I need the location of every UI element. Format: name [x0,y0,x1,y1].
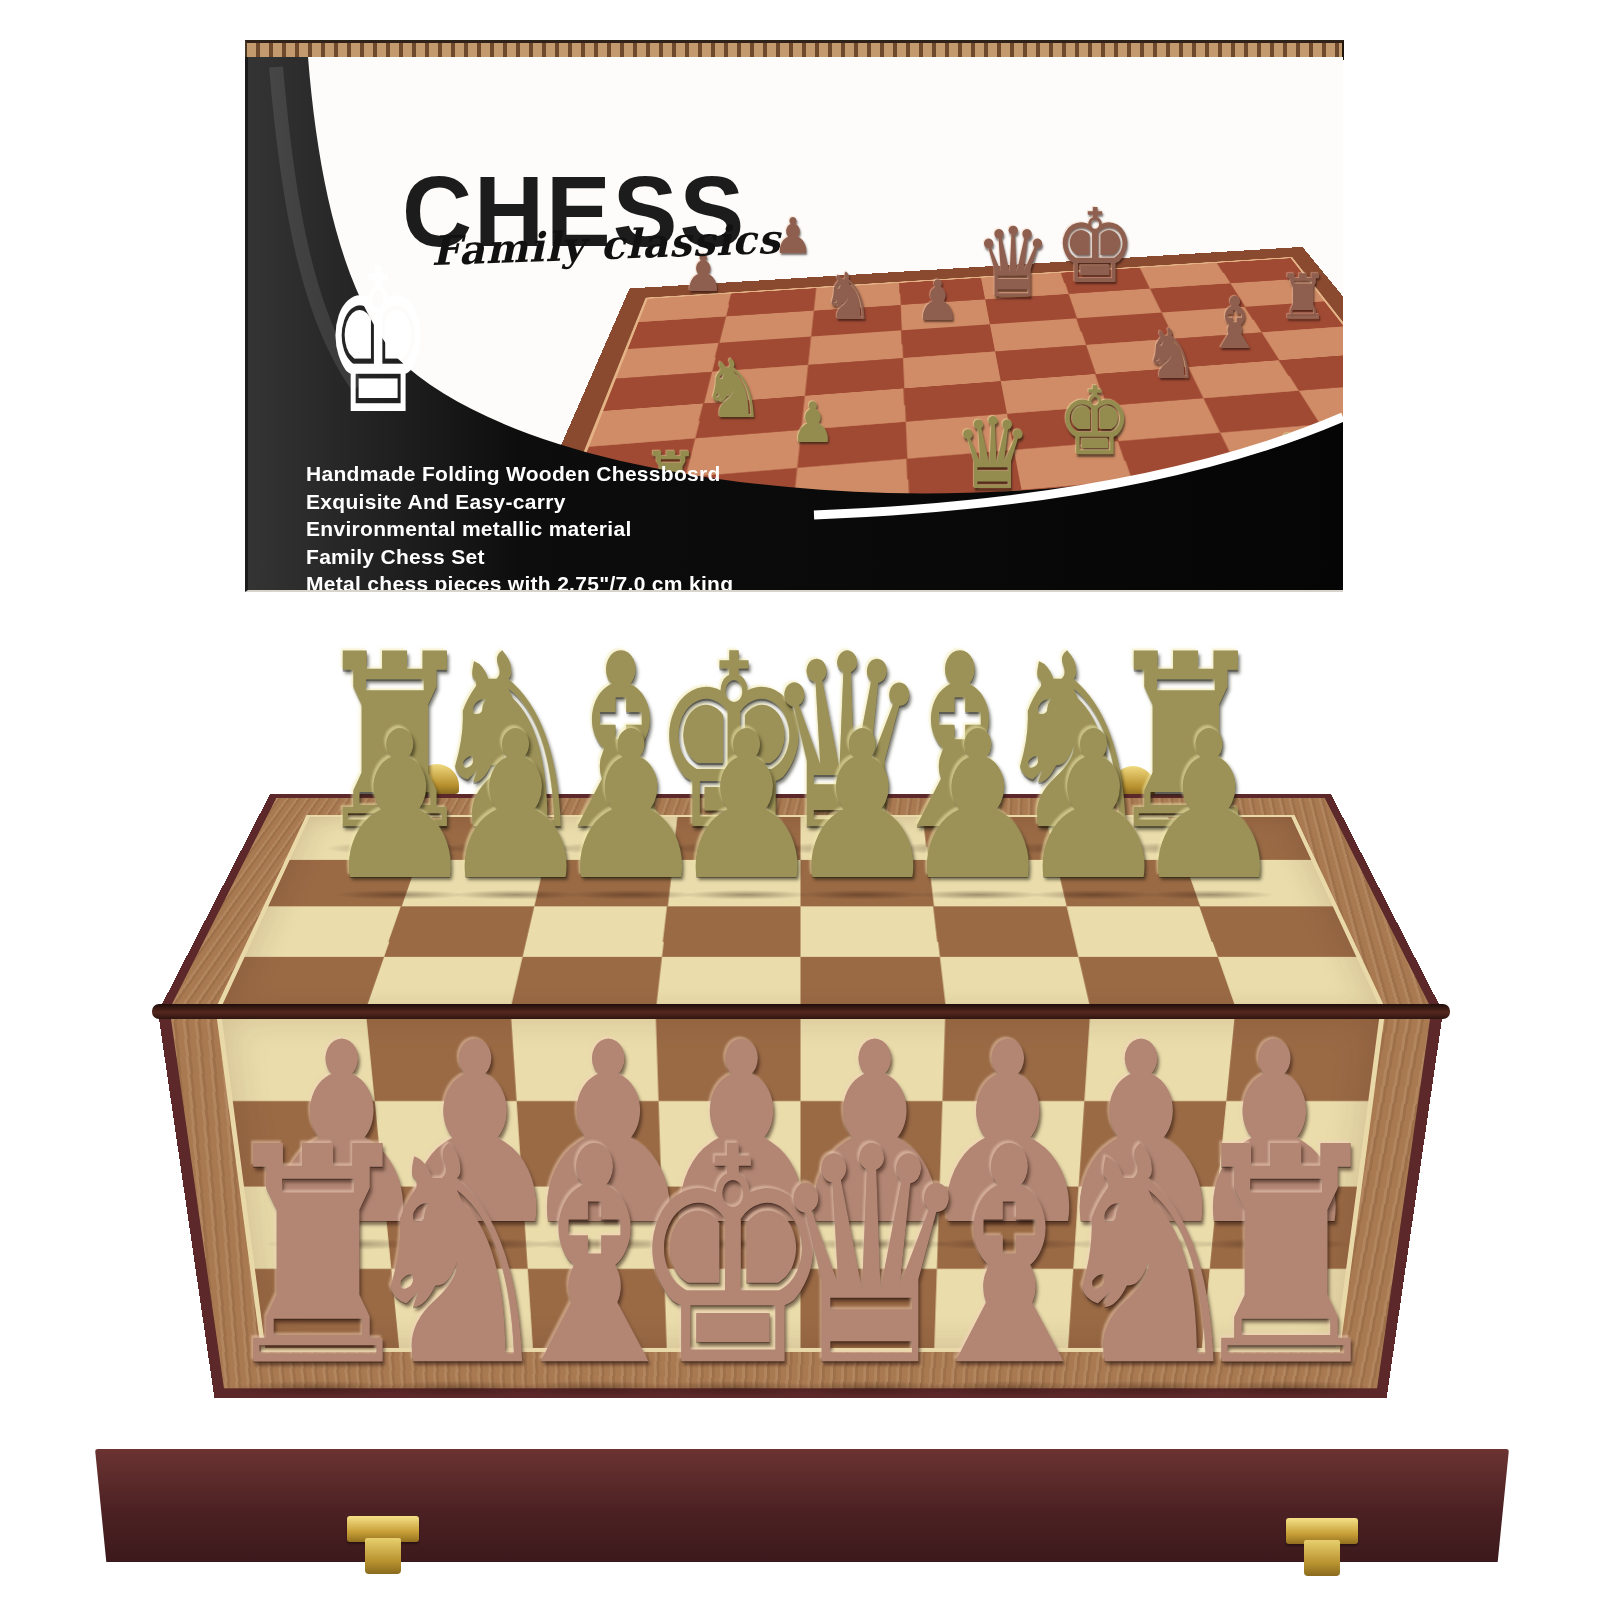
clasp-tab [365,1538,401,1574]
board-near-half [158,1012,1443,1398]
clasp-tab [1304,1540,1340,1576]
board-fold-seam [152,1004,1450,1019]
box-face: ♟♟♞♟♛♚♞♝♜♞♟♜♛♚♝♟ CHESS Family classics ♚… [245,57,1343,592]
checker-field-near [221,1012,1380,1348]
product-photo-canvas: ♟♟♞♟♛♚♞♝♜♞♟♜♛♚♝♟ CHESS Family classics ♚… [0,0,1601,1601]
board-inner-border-near [216,1012,1385,1352]
checker-field-far [219,817,1382,1012]
white-king-icon: ♚ [322,235,434,449]
feature-item: Handmade Folding Wooden Chessbosrd [306,460,733,488]
hinge-knob-right [1111,766,1155,796]
brass-clasp-left [347,1516,419,1542]
hinge-knob-left [415,764,459,794]
chess-set-scene [0,560,1601,1601]
feature-item: Environmental metallic material [306,515,733,543]
case-front-edge [95,1449,1509,1562]
board-far-half [158,794,1443,1012]
board-inner-border-far [214,815,1387,1012]
brass-clasp-right [1286,1518,1358,1544]
feature-item: Exquisite And Easy-carry [306,488,733,516]
product-box: ♟♟♞♟♛♚♞♝♜♞♟♜♛♚♝♟ CHESS Family classics ♚… [245,28,1340,590]
